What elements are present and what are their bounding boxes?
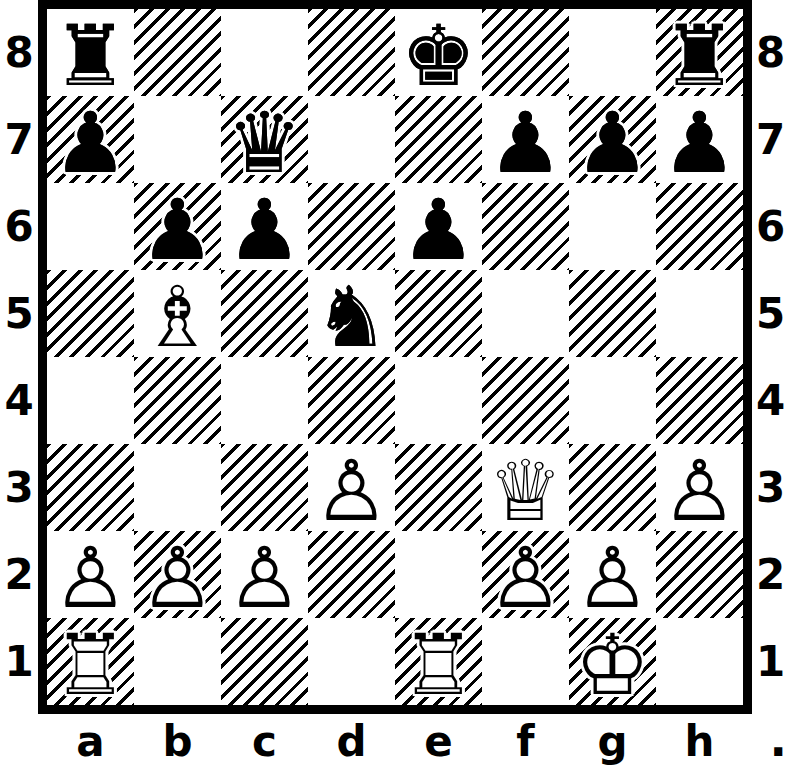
- file-label-c: c: [221, 714, 308, 766]
- file-labels: abcdefgh: [38, 714, 752, 766]
- square-h1[interactable]: [656, 618, 743, 705]
- white-rook-a1: ♜♖: [53, 623, 128, 706]
- square-e1[interactable]: ♜♖: [395, 618, 482, 705]
- square-f2[interactable]: ♟♙: [482, 531, 569, 618]
- black-rook-h8: ♜♜: [662, 14, 737, 97]
- square-b1[interactable]: [134, 618, 221, 705]
- black-pawn-glyph: ♟: [488, 101, 563, 184]
- white-pawn-glyph: ♙: [314, 449, 389, 532]
- black-pawn-glyph: ♟: [401, 188, 476, 271]
- square-d8[interactable]: [308, 9, 395, 96]
- file-label-d: d: [308, 714, 395, 766]
- square-e5[interactable]: [395, 270, 482, 357]
- black-pawn-e6: ♟♟: [401, 188, 476, 271]
- file-label-g: g: [569, 714, 656, 766]
- file-label-h: h: [656, 714, 743, 766]
- square-d5[interactable]: ♞♞: [308, 270, 395, 357]
- square-f8[interactable]: [482, 9, 569, 96]
- square-e2[interactable]: [395, 531, 482, 618]
- square-g1[interactable]: ♚♔: [569, 618, 656, 705]
- white-pawn-a2: ♟♙: [53, 536, 128, 619]
- black-king-e8: ♚♚: [401, 14, 476, 97]
- black-rook-a8: ♜♜: [53, 14, 128, 97]
- square-a7[interactable]: ♟♟: [47, 96, 134, 183]
- square-d4[interactable]: [308, 357, 395, 444]
- square-c8[interactable]: [221, 9, 308, 96]
- black-pawn-b6: ♟♟: [140, 188, 215, 271]
- square-a3[interactable]: [47, 444, 134, 531]
- white-bishop-glyph: ♗: [140, 275, 215, 358]
- black-queen-c7: ♛♛: [227, 101, 302, 184]
- square-h8[interactable]: ♜♜: [656, 9, 743, 96]
- square-f7[interactable]: ♟♟: [482, 96, 569, 183]
- square-a5[interactable]: [47, 270, 134, 357]
- white-bishop-b5: ♝♗: [140, 275, 215, 358]
- square-g6[interactable]: [569, 183, 656, 270]
- square-f5[interactable]: [482, 270, 569, 357]
- square-d2[interactable]: [308, 531, 395, 618]
- white-pawn-glyph: ♙: [227, 536, 302, 619]
- square-c3[interactable]: [221, 444, 308, 531]
- black-rook-glyph: ♜: [53, 14, 128, 97]
- square-d3[interactable]: ♟♙: [308, 444, 395, 531]
- square-e4[interactable]: [395, 357, 482, 444]
- rank-label-6: 6: [752, 183, 789, 270]
- square-g2[interactable]: ♟♙: [569, 531, 656, 618]
- square-c1[interactable]: [221, 618, 308, 705]
- rank-labels-left: 87654321: [0, 0, 38, 714]
- trailing-period: .: [752, 714, 789, 766]
- rank-label-1: 1: [0, 618, 38, 705]
- square-f3[interactable]: ♛♕: [482, 444, 569, 531]
- white-pawn-h3: ♟♙: [662, 449, 737, 532]
- square-b3[interactable]: [134, 444, 221, 531]
- white-pawn-glyph: ♙: [53, 536, 128, 619]
- square-g5[interactable]: [569, 270, 656, 357]
- square-g7[interactable]: ♟♟: [569, 96, 656, 183]
- rank-label-3: 3: [0, 444, 38, 531]
- rank-label-5: 5: [0, 270, 38, 357]
- square-b7[interactable]: [134, 96, 221, 183]
- square-c2[interactable]: ♟♙: [221, 531, 308, 618]
- square-a8[interactable]: ♜♜: [47, 9, 134, 96]
- square-c4[interactable]: [221, 357, 308, 444]
- chess-board: ♜♜♚♚♜♜♟♟♛♛♟♟♟♟♟♟♟♟♟♟♟♟♝♗♞♞♟♙♛♕♟♙♟♙♟♙♟♙♟♙…: [38, 0, 752, 714]
- white-pawn-d3: ♟♙: [314, 449, 389, 532]
- square-h7[interactable]: ♟♟: [656, 96, 743, 183]
- black-pawn-c6: ♟♟: [227, 188, 302, 271]
- white-pawn-glyph: ♙: [662, 449, 737, 532]
- white-pawn-c2: ♟♙: [227, 536, 302, 619]
- black-pawn-glyph: ♟: [53, 101, 128, 184]
- file-label-f: f: [482, 714, 569, 766]
- square-g3[interactable]: [569, 444, 656, 531]
- rank-label-3: 3: [752, 444, 789, 531]
- rank-label-8: 8: [0, 9, 38, 96]
- square-g8[interactable]: [569, 9, 656, 96]
- black-queen-glyph: ♛: [227, 101, 302, 184]
- white-king-glyph: ♔: [575, 623, 650, 706]
- square-b2[interactable]: ♟♙: [134, 531, 221, 618]
- black-pawn-a7: ♟♟: [53, 101, 128, 184]
- square-e7[interactable]: [395, 96, 482, 183]
- rank-label-8: 8: [752, 9, 789, 96]
- white-pawn-f2: ♟♙: [488, 536, 563, 619]
- white-pawn-b2: ♟♙: [140, 536, 215, 619]
- square-b4[interactable]: [134, 357, 221, 444]
- rank-label-7: 7: [752, 96, 789, 183]
- square-d6[interactable]: [308, 183, 395, 270]
- rank-label-5: 5: [752, 270, 789, 357]
- black-pawn-f7: ♟♟: [488, 101, 563, 184]
- square-a2[interactable]: ♟♙: [47, 531, 134, 618]
- white-pawn-glyph: ♙: [140, 536, 215, 619]
- white-rook-glyph: ♖: [401, 623, 476, 706]
- black-king-glyph: ♚: [401, 14, 476, 97]
- rank-label-2: 2: [0, 531, 38, 618]
- white-queen-glyph: ♕: [488, 449, 563, 532]
- square-g4[interactable]: [569, 357, 656, 444]
- square-a6[interactable]: [47, 183, 134, 270]
- file-label-e: e: [395, 714, 482, 766]
- square-h2[interactable]: [656, 531, 743, 618]
- square-h6[interactable]: [656, 183, 743, 270]
- square-a4[interactable]: [47, 357, 134, 444]
- black-knight-glyph: ♞: [314, 275, 389, 358]
- rank-label-7: 7: [0, 96, 38, 183]
- square-c6[interactable]: ♟♟: [221, 183, 308, 270]
- square-h3[interactable]: ♟♙: [656, 444, 743, 531]
- rank-label-4: 4: [752, 357, 789, 444]
- black-pawn-glyph: ♟: [662, 101, 737, 184]
- rank-labels-right: 87654321: [752, 0, 789, 714]
- file-label-a: a: [47, 714, 134, 766]
- square-c5[interactable]: [221, 270, 308, 357]
- square-f1[interactable]: [482, 618, 569, 705]
- black-pawn-glyph: ♟: [140, 188, 215, 271]
- black-rook-glyph: ♜: [662, 14, 737, 97]
- black-pawn-glyph: ♟: [227, 188, 302, 271]
- white-pawn-glyph: ♙: [575, 536, 650, 619]
- black-pawn-glyph: ♟: [575, 101, 650, 184]
- square-f4[interactable]: [482, 357, 569, 444]
- square-f6[interactable]: [482, 183, 569, 270]
- rank-label-4: 4: [0, 357, 38, 444]
- white-rook-glyph: ♖: [53, 623, 128, 706]
- file-label-b: b: [134, 714, 221, 766]
- white-queen-f3: ♛♕: [488, 449, 563, 532]
- square-e6[interactable]: ♟♟: [395, 183, 482, 270]
- square-d1[interactable]: [308, 618, 395, 705]
- white-king-g1: ♚♔: [575, 623, 650, 706]
- rank-label-2: 2: [752, 531, 789, 618]
- white-pawn-g2: ♟♙: [575, 536, 650, 619]
- white-rook-e1: ♜♖: [401, 623, 476, 706]
- black-pawn-g7: ♟♟: [575, 101, 650, 184]
- square-h4[interactable]: [656, 357, 743, 444]
- rank-label-6: 6: [0, 183, 38, 270]
- square-d7[interactable]: [308, 96, 395, 183]
- square-c7[interactable]: ♛♛: [221, 96, 308, 183]
- square-b5[interactable]: ♝♗: [134, 270, 221, 357]
- square-b8[interactable]: [134, 9, 221, 96]
- black-knight-d5: ♞♞: [314, 275, 389, 358]
- black-pawn-h7: ♟♟: [662, 101, 737, 184]
- square-h5[interactable]: [656, 270, 743, 357]
- square-b6[interactable]: ♟♟: [134, 183, 221, 270]
- rank-label-1: 1: [752, 618, 789, 705]
- white-pawn-glyph: ♙: [488, 536, 563, 619]
- square-a1[interactable]: ♜♖: [47, 618, 134, 705]
- chess-diagram: 87654321 ♜♜♚♚♜♜♟♟♛♛♟♟♟♟♟♟♟♟♟♟♟♟♝♗♞♞♟♙♛♕♟…: [0, 0, 789, 766]
- square-e3[interactable]: [395, 444, 482, 531]
- square-e8[interactable]: ♚♚: [395, 9, 482, 96]
